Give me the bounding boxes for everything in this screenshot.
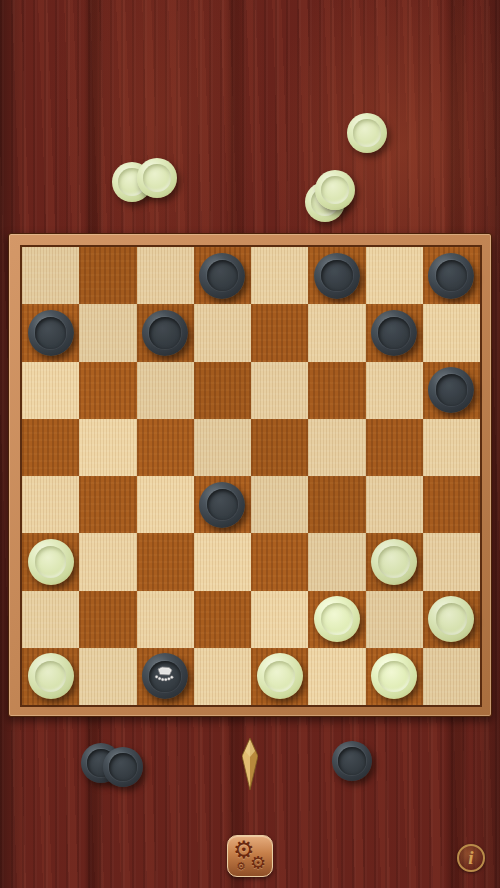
square-c7[interactable] bbox=[137, 304, 194, 361]
square-f5 bbox=[308, 419, 365, 476]
square-h6[interactable] bbox=[423, 362, 480, 419]
square-h5 bbox=[423, 419, 480, 476]
piece-white-man[interactable] bbox=[371, 539, 417, 585]
square-b2[interactable] bbox=[79, 591, 136, 648]
square-h8[interactable] bbox=[423, 247, 480, 304]
square-d7 bbox=[194, 304, 251, 361]
square-g5[interactable] bbox=[366, 419, 423, 476]
square-d5 bbox=[194, 419, 251, 476]
piece-white-man[interactable] bbox=[428, 596, 474, 642]
king-crown-icon bbox=[152, 666, 178, 684]
info-button[interactable]: i bbox=[457, 844, 485, 872]
square-g8 bbox=[366, 247, 423, 304]
square-c6 bbox=[137, 362, 194, 419]
square-f7 bbox=[308, 304, 365, 361]
square-g7[interactable] bbox=[366, 304, 423, 361]
square-h2[interactable] bbox=[423, 591, 480, 648]
square-d4[interactable] bbox=[194, 476, 251, 533]
square-h3 bbox=[423, 533, 480, 590]
square-e6 bbox=[251, 362, 308, 419]
square-g6 bbox=[366, 362, 423, 419]
square-g1[interactable] bbox=[366, 648, 423, 705]
square-h1 bbox=[423, 648, 480, 705]
piece-black-man[interactable] bbox=[199, 253, 245, 299]
square-d3 bbox=[194, 533, 251, 590]
board-grid bbox=[22, 247, 480, 705]
square-a8 bbox=[22, 247, 79, 304]
captured-black-piece bbox=[103, 747, 143, 787]
square-a3[interactable] bbox=[22, 533, 79, 590]
piece-black-man[interactable] bbox=[142, 310, 188, 356]
square-b7 bbox=[79, 304, 136, 361]
square-f2[interactable] bbox=[308, 591, 365, 648]
square-e8 bbox=[251, 247, 308, 304]
square-g4 bbox=[366, 476, 423, 533]
square-c4 bbox=[137, 476, 194, 533]
square-b8[interactable] bbox=[79, 247, 136, 304]
square-e1[interactable] bbox=[251, 648, 308, 705]
square-d2[interactable] bbox=[194, 591, 251, 648]
piece-white-man[interactable] bbox=[28, 539, 74, 585]
piece-black-man[interactable] bbox=[428, 367, 474, 413]
piece-white-man[interactable] bbox=[371, 653, 417, 699]
wood-background: ⚙ ⚙ ⚙ i bbox=[0, 0, 500, 888]
square-c5[interactable] bbox=[137, 419, 194, 476]
piece-white-man[interactable] bbox=[314, 596, 360, 642]
square-c3[interactable] bbox=[137, 533, 194, 590]
square-b3 bbox=[79, 533, 136, 590]
square-e4 bbox=[251, 476, 308, 533]
square-c2 bbox=[137, 591, 194, 648]
square-d6[interactable] bbox=[194, 362, 251, 419]
gear-icon: ⚙ bbox=[236, 861, 246, 872]
square-d1 bbox=[194, 648, 251, 705]
square-c8 bbox=[137, 247, 194, 304]
square-a6 bbox=[22, 362, 79, 419]
piece-black-king[interactable] bbox=[142, 653, 188, 699]
square-b1 bbox=[79, 648, 136, 705]
square-e3[interactable] bbox=[251, 533, 308, 590]
piece-black-man[interactable] bbox=[314, 253, 360, 299]
square-g2 bbox=[366, 591, 423, 648]
square-e2 bbox=[251, 591, 308, 648]
square-f8[interactable] bbox=[308, 247, 365, 304]
square-f6[interactable] bbox=[308, 362, 365, 419]
checkers-board bbox=[8, 233, 492, 717]
square-a7[interactable] bbox=[22, 304, 79, 361]
square-h4[interactable] bbox=[423, 476, 480, 533]
piece-black-man[interactable] bbox=[371, 310, 417, 356]
captured-white-piece bbox=[347, 113, 387, 153]
square-b4[interactable] bbox=[79, 476, 136, 533]
info-label: i bbox=[468, 847, 473, 868]
square-h7 bbox=[423, 304, 480, 361]
captured-black-piece bbox=[332, 741, 372, 781]
square-g3[interactable] bbox=[366, 533, 423, 590]
gear-icon: ⚙ bbox=[250, 854, 266, 872]
square-b5 bbox=[79, 419, 136, 476]
square-a2 bbox=[22, 591, 79, 648]
piece-black-man[interactable] bbox=[199, 482, 245, 528]
square-f4[interactable] bbox=[308, 476, 365, 533]
piece-white-man[interactable] bbox=[257, 653, 303, 699]
square-e5[interactable] bbox=[251, 419, 308, 476]
square-f3 bbox=[308, 533, 365, 590]
turn-indicator-diamond bbox=[242, 738, 258, 790]
square-b6[interactable] bbox=[79, 362, 136, 419]
piece-black-man[interactable] bbox=[28, 310, 74, 356]
square-c1[interactable] bbox=[137, 648, 194, 705]
captured-white-piece bbox=[137, 158, 177, 198]
square-e7[interactable] bbox=[251, 304, 308, 361]
square-a4 bbox=[22, 476, 79, 533]
square-d8[interactable] bbox=[194, 247, 251, 304]
piece-white-man[interactable] bbox=[28, 653, 74, 699]
square-a5[interactable] bbox=[22, 419, 79, 476]
piece-black-man[interactable] bbox=[428, 253, 474, 299]
square-f1 bbox=[308, 648, 365, 705]
captured-white-piece bbox=[315, 170, 355, 210]
square-a1[interactable] bbox=[22, 648, 79, 705]
settings-button[interactable]: ⚙ ⚙ ⚙ bbox=[227, 835, 273, 877]
